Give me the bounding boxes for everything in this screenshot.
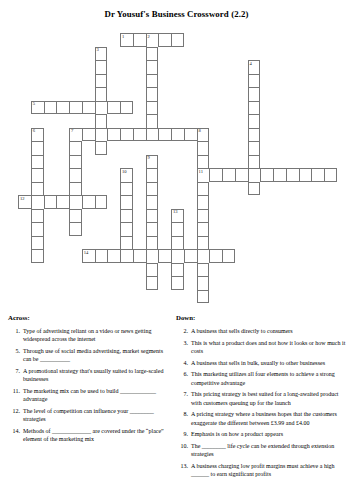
cell-number: 7 [71,128,73,134]
grid-cell[interactable] [146,87,159,101]
grid-cell[interactable] [31,141,44,155]
clue-item: 7.A promotional strategy that's usually … [8,367,166,384]
grid-cell[interactable] [69,101,82,115]
grid-cell[interactable]: 13 [171,209,184,223]
clue-number: 1. [8,327,20,344]
clue-number: 10. [176,442,188,459]
grid-cell[interactable] [69,195,82,209]
clue-item: 1.Type of advertising reliant on a video… [8,327,166,344]
grid-cell[interactable] [133,249,146,263]
grid-cell[interactable] [82,128,95,142]
grid-cell[interactable] [31,182,44,196]
clue-text: This is what a product does and not how … [191,339,349,356]
clue-number: 9. [176,430,188,438]
grid-cell[interactable] [197,141,210,155]
grid-cell[interactable] [197,155,210,169]
grid-cell[interactable] [146,114,159,128]
cell-number: 2 [148,34,150,40]
clue-item: 12.The level of competition can influenc… [8,407,166,424]
grid-cell[interactable] [31,236,44,250]
grid-cell[interactable] [146,182,159,196]
grid-cell[interactable] [95,87,108,101]
grid-cell[interactable] [120,222,133,236]
grid-cell[interactable] [146,263,159,277]
clue-number: 4. [176,359,188,367]
grid-cell[interactable]: 3 [95,47,108,61]
clue-item: 8.A pricing strategy where a business ho… [176,410,349,427]
grid-cell[interactable] [248,114,261,128]
grid-cell[interactable] [69,168,82,182]
clue-item: 7.This pricing strategy is best suited f… [176,390,349,407]
grid-cell[interactable] [120,101,133,115]
cell-number: 3 [97,47,99,53]
cell-number: 5 [33,101,35,107]
grid-cell[interactable] [95,101,108,115]
grid-cell[interactable] [158,33,171,47]
grid-cell[interactable] [146,222,159,236]
grid-cell[interactable] [171,128,184,142]
grid-cell[interactable] [31,222,44,236]
grid-cell[interactable] [171,263,184,277]
grid-cell[interactable] [120,236,133,250]
grid-cell[interactable] [95,195,108,209]
clue-text: Emphasis is on how a product appears [191,430,349,438]
grid-cell[interactable] [146,195,159,209]
grid-cell[interactable]: 5 [31,101,44,115]
grid-cell[interactable] [299,168,312,182]
clue-item: 9.Emphasis is on how a product appears [176,430,349,438]
grid-cell[interactable]: 4 [248,60,261,74]
grid-cell[interactable]: 10 [120,168,133,182]
grid-cell[interactable]: 11 [197,168,210,182]
grid-cell[interactable] [248,155,261,169]
grid-cell[interactable] [44,101,57,115]
clue-text: Type of advertising reliant on a video o… [23,327,166,344]
clue-item: 3.This is what a product does and not ho… [176,339,349,356]
grid-cell[interactable] [107,249,120,263]
grid-cell[interactable] [171,276,184,290]
grid-cell[interactable] [107,128,120,142]
clue-number: 8. [176,410,188,427]
clue-item: 14.Methods of _____________ are covered … [8,427,166,444]
grid-cell[interactable] [235,168,248,182]
grid-cell[interactable] [146,60,159,74]
grid-cell[interactable] [222,249,235,263]
grid-cell[interactable] [107,101,120,115]
grid-cell[interactable] [171,222,184,236]
clue-text: The marketing mix can be used to build _… [23,387,166,404]
clue-text: This marketing utilizes all four element… [191,370,349,387]
clue-text: A pricing strategy where a business hope… [191,410,349,427]
grid-cell[interactable] [31,155,44,169]
grid-cell[interactable] [197,209,210,223]
clue-text: A promotional strategy that's usually su… [23,367,166,384]
grid-cell[interactable] [197,182,210,196]
grid-cell[interactable] [171,33,184,47]
grid-cell[interactable] [146,168,159,182]
grid-cell[interactable] [197,195,210,209]
grid-cell[interactable] [248,141,261,155]
clue-item: 5.Through use of social media advertisin… [8,347,166,364]
grid-cell[interactable] [248,101,261,115]
grid-cell[interactable] [209,168,222,182]
grid-cell[interactable] [95,60,108,74]
grid-cell[interactable] [197,263,210,277]
clue-number: 13. [176,462,188,479]
clue-item: 4.A business that sells in bulk, usually… [176,359,349,367]
grid-cell[interactable] [184,249,197,263]
grid-cell[interactable] [31,168,44,182]
grid-cell[interactable]: 7 [69,128,82,142]
clue-item: 10.The ________ life cycle can be extend… [176,442,349,459]
clue-item: 11.The marketing mix can be used to buil… [8,387,166,404]
grid-cell[interactable] [146,249,159,263]
grid-cell[interactable] [95,74,108,88]
clue-item: 13.A business charging low profit margin… [176,462,349,479]
grid-cell[interactable] [248,182,261,196]
grid-cell[interactable] [158,249,171,263]
clue-text: Through use of social media advertising,… [23,347,166,364]
grid-cell[interactable] [120,209,133,223]
grid-cell[interactable] [248,74,261,88]
grid-cell[interactable] [197,249,210,263]
grid-cell[interactable] [197,222,210,236]
grid-cell[interactable] [133,33,146,47]
grid-cell[interactable]: 9 [146,155,159,169]
down-header: Down: [176,314,349,321]
across-header: Across: [8,314,166,321]
clues-section: Across: 1.Type of advertising reliant on… [8,314,349,482]
clue-number: 6. [176,370,188,387]
grid-cell[interactable] [133,128,146,142]
grid-cell[interactable] [248,128,261,142]
clue-number: 7. [8,367,20,384]
grid-cell[interactable] [69,222,82,236]
grid-cell[interactable] [273,168,286,182]
clue-number: 5. [8,347,20,364]
grid-cell[interactable] [120,182,133,196]
page-title: Dr Yousuf's Business Crossword (2.2) [0,9,353,19]
clue-text: A business that sells in bulk, usually t… [191,359,349,367]
clue-text: Methods of _____________ are covered und… [23,427,166,444]
clue-number: 2. [176,327,188,335]
cell-number: 4 [250,61,252,67]
grid-cell[interactable] [260,168,273,182]
grid-cell[interactable] [146,47,159,61]
across-clues-list: 1.Type of advertising reliant on a video… [8,327,166,444]
grid-cell[interactable] [171,236,184,250]
grid-cell[interactable] [69,182,82,196]
grid-cell[interactable]: 1 [120,33,133,47]
down-clues-list: 2.A business that sells directly to cons… [176,327,349,479]
down-clues: Down: 2.A business that sells directly t… [176,314,349,482]
cell-number: 9 [148,155,150,161]
grid-cell[interactable]: 14 [82,249,95,263]
clue-number: 12. [8,407,20,424]
clue-number: 3. [176,339,188,356]
cell-number: 6 [33,128,35,134]
grid-cell[interactable] [197,236,210,250]
grid-cell[interactable] [286,168,299,182]
grid-cell[interactable]: 2 [146,33,159,47]
clue-text: The level of competition can influence y… [23,407,166,424]
cell-number: 10 [122,169,127,175]
cell-number: 12 [20,196,25,202]
clue-item: 6.This marketing utilizes all four eleme… [176,370,349,387]
grid-cell[interactable] [311,168,324,182]
grid-cell[interactable] [209,249,222,263]
grid-cell[interactable] [31,209,44,223]
grid-cell[interactable] [324,168,337,182]
clue-item: 2.A business that sells directly to cons… [176,327,349,335]
grid-cell[interactable] [222,168,235,182]
grid-cell[interactable] [31,249,44,263]
grid-cell[interactable] [95,249,108,263]
grid-cell[interactable] [248,87,261,101]
clue-number: 14. [8,427,20,444]
clue-text: A business that sells directly to consum… [191,327,349,335]
grid-cell[interactable]: 8 [197,128,210,142]
grid-cell[interactable] [120,249,133,263]
grid-cell[interactable] [146,74,159,88]
crossword-grid: 1234567891011121314 [18,33,337,303]
clue-text: This pricing strategy is best suited for… [191,390,349,407]
grid-cell[interactable] [197,290,210,304]
grid-cell[interactable] [95,128,108,142]
clue-number: 7. [176,390,188,407]
grid-cell[interactable] [146,101,159,115]
clue-text: A business charging low profit margins m… [191,462,349,479]
grid-cell[interactable] [44,195,57,209]
grid-cell[interactable]: 12 [18,195,31,209]
grid-cell[interactable] [82,195,95,209]
grid-cell[interactable] [146,276,159,290]
grid-cell[interactable] [69,209,82,223]
grid-cell[interactable] [120,128,133,142]
grid-cell[interactable] [146,128,159,142]
clue-number: 11. [8,387,20,404]
grid-cell[interactable] [248,168,261,182]
grid-cell[interactable]: 6 [31,128,44,142]
grid-cell[interactable] [95,141,108,155]
grid-cell[interactable] [158,128,171,142]
across-clues: Across: 1.Type of advertising reliant on… [8,314,166,447]
cell-number: 11 [199,169,203,175]
grid-cell[interactable] [95,114,108,128]
cell-number: 8 [199,128,201,134]
grid-cell[interactable] [146,236,159,250]
grid-cell[interactable] [56,195,69,209]
grid-cell[interactable] [197,276,210,290]
grid-cell[interactable] [31,195,44,209]
grid-cell[interactable] [69,155,82,169]
grid-cell[interactable] [82,101,95,115]
grid-cell[interactable] [120,195,133,209]
cell-number: 1 [122,34,124,40]
clue-text: The ________ life cycle can be extended … [191,442,349,459]
grid-cell[interactable] [171,249,184,263]
grid-cell[interactable] [69,141,82,155]
grid-cell[interactable] [184,128,197,142]
grid-cell[interactable] [146,209,159,223]
cell-number: 13 [173,209,178,215]
grid-cell[interactable] [56,101,69,115]
cell-number: 14 [84,250,89,256]
